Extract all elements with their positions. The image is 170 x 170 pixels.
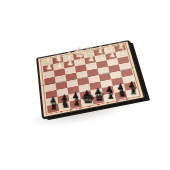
piece-black-pawn: ♟ bbox=[71, 92, 78, 100]
board-margin: ♜♞♝♚♛♝♞♜♟♟♟♟♟♟♟♟♟♟♟♟♟♟♟♟♜♞♝♚♛♝♞♜ bbox=[38, 41, 144, 116]
chess-board: ♜♞♝♚♛♝♞♜♟♟♟♟♟♟♟♟♟♟♟♟♟♟♟♟♜♞♝♚♛♝♞♜ bbox=[36, 40, 146, 118]
chessboard-grid: ♜♞♝♚♛♝♞♜♟♟♟♟♟♟♟♟♟♟♟♟♟♟♟♟♜♞♝♚♛♝♞♜ bbox=[42, 44, 139, 113]
chess-board-scene: ♜♞♝♚♛♝♞♜♟♟♟♟♟♟♟♟♟♟♟♟♟♟♟♟♜♞♝♚♛♝♞♜ bbox=[29, 18, 146, 135]
piece-black-pawn: ♟ bbox=[60, 94, 67, 102]
square-c8: ♝ bbox=[103, 93, 116, 102]
square-a8: ♜ bbox=[126, 89, 139, 98]
board-frame: ♜♞♝♚♛♝♞♜♟♟♟♟♟♟♟♟♟♟♟♟♟♟♟♟♜♞♝♚♛♝♞♜ bbox=[36, 40, 146, 118]
square-h8: ♜ bbox=[47, 104, 59, 113]
piece-black-pawn: ♟ bbox=[94, 88, 101, 96]
piece-black-pawn: ♟ bbox=[83, 90, 90, 98]
piece-black-pawn: ♟ bbox=[105, 86, 112, 94]
piece-black-pawn: ♟ bbox=[116, 83, 123, 91]
product-photo-chess-set: ♜♞♝♚♛♝♞♜♟♟♟♟♟♟♟♟♟♟♟♟♟♟♟♟♜♞♝♚♛♝♞♜ bbox=[0, 0, 170, 170]
square-f8: ♝ bbox=[69, 99, 81, 108]
